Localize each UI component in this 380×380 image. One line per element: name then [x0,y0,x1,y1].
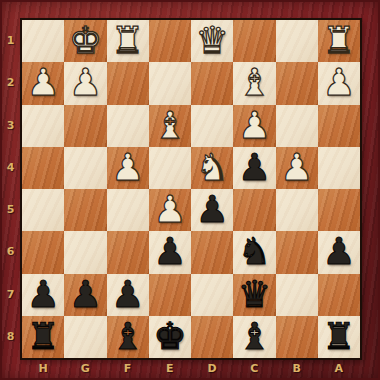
chess-board: ♚♜♛♜♟♟♝♟♝♟♟♞♟♟♟♟♟♞♟♟♟♟♛♜♝♚♝♜ [20,18,362,360]
file-label-g: G [64,359,106,379]
white-pawn-f4[interactable]: ♟ [111,147,144,189]
black-pawn-a6[interactable]: ♟ [322,231,355,273]
black-rook-a8[interactable]: ♜ [322,316,355,358]
black-pawn-c4[interactable]: ♟ [238,147,271,189]
square-e7[interactable] [149,274,191,316]
square-c5[interactable] [233,189,275,231]
file-label-c: C [233,359,275,379]
square-f7[interactable]: ♟ [107,274,149,316]
square-b7[interactable] [276,274,318,316]
square-d8[interactable] [191,316,233,358]
white-pawn-e5[interactable]: ♟ [153,189,186,231]
rank-label-8: 8 [2,316,19,358]
square-c8[interactable]: ♝ [233,316,275,358]
square-e5[interactable]: ♟ [149,189,191,231]
square-g7[interactable]: ♟ [64,274,106,316]
black-knight-c6[interactable]: ♞ [238,231,271,273]
white-queen-d1[interactable]: ♛ [196,20,229,62]
white-bishop-c2[interactable]: ♝ [238,62,271,104]
square-a4[interactable] [318,147,360,189]
white-king-g1[interactable]: ♚ [69,20,102,62]
chess-board-screenshot: ♚♜♛♜♟♟♝♟♝♟♟♞♟♟♟♟♟♞♟♟♟♟♛♜♝♚♝♜ 12345678 HG… [0,0,380,380]
white-rook-a1[interactable]: ♜ [322,20,355,62]
file-label-d: D [191,359,233,379]
square-b3[interactable] [276,105,318,147]
square-a7[interactable] [318,274,360,316]
square-g6[interactable] [64,231,106,273]
square-g4[interactable] [64,147,106,189]
square-g3[interactable] [64,105,106,147]
square-b5[interactable] [276,189,318,231]
square-f1[interactable]: ♜ [107,20,149,62]
square-d4[interactable]: ♞ [191,147,233,189]
square-f4[interactable]: ♟ [107,147,149,189]
square-f2[interactable] [107,62,149,104]
file-label-a: A [318,359,360,379]
black-pawn-d5[interactable]: ♟ [196,189,229,231]
rank-label-6: 6 [2,231,19,273]
square-d5[interactable]: ♟ [191,189,233,231]
square-f5[interactable] [107,189,149,231]
square-c1[interactable] [233,20,275,62]
black-bishop-f8[interactable]: ♝ [111,316,144,358]
black-king-e8[interactable]: ♚ [153,316,186,358]
white-pawn-h2[interactable]: ♟ [27,62,60,104]
file-label-e: E [149,359,191,379]
square-c7[interactable]: ♛ [233,274,275,316]
square-h6[interactable] [22,231,64,273]
black-bishop-c8[interactable]: ♝ [238,316,271,358]
black-pawn-e6[interactable]: ♟ [153,231,186,273]
square-b8[interactable] [276,316,318,358]
square-g2[interactable]: ♟ [64,62,106,104]
square-d3[interactable] [191,105,233,147]
square-f8[interactable]: ♝ [107,316,149,358]
square-b6[interactable] [276,231,318,273]
square-e8[interactable]: ♚ [149,316,191,358]
square-e1[interactable] [149,20,191,62]
white-rook-f1[interactable]: ♜ [111,20,144,62]
white-pawn-c3[interactable]: ♟ [238,105,271,147]
rank-label-1: 1 [2,20,19,62]
white-pawn-g2[interactable]: ♟ [69,62,102,104]
file-label-f: F [107,359,149,379]
black-pawn-g7[interactable]: ♟ [69,274,102,316]
square-e2[interactable] [149,62,191,104]
square-h1[interactable] [22,20,64,62]
square-h2[interactable]: ♟ [22,62,64,104]
square-b1[interactable] [276,20,318,62]
white-knight-d4[interactable]: ♞ [196,147,229,189]
square-b4[interactable]: ♟ [276,147,318,189]
square-c4[interactable]: ♟ [233,147,275,189]
white-pawn-b4[interactable]: ♟ [280,147,313,189]
file-label-b: B [276,359,318,379]
square-h8[interactable]: ♜ [22,316,64,358]
square-h4[interactable] [22,147,64,189]
square-a1[interactable]: ♜ [318,20,360,62]
rank-label-3: 3 [2,105,19,147]
square-d1[interactable]: ♛ [191,20,233,62]
white-pawn-a2[interactable]: ♟ [322,62,355,104]
square-h7[interactable]: ♟ [22,274,64,316]
square-a6[interactable]: ♟ [318,231,360,273]
black-queen-c7[interactable]: ♛ [238,274,271,316]
square-d6[interactable] [191,231,233,273]
white-bishop-e3[interactable]: ♝ [153,105,186,147]
square-d2[interactable] [191,62,233,104]
square-a3[interactable] [318,105,360,147]
black-pawn-f7[interactable]: ♟ [111,274,144,316]
square-a8[interactable]: ♜ [318,316,360,358]
rank-label-4: 4 [2,147,19,189]
square-b2[interactable] [276,62,318,104]
square-e6[interactable]: ♟ [149,231,191,273]
square-f3[interactable] [107,105,149,147]
square-a5[interactable] [318,189,360,231]
square-g8[interactable] [64,316,106,358]
square-g1[interactable]: ♚ [64,20,106,62]
square-h3[interactable] [22,105,64,147]
square-c2[interactable]: ♝ [233,62,275,104]
black-rook-h8[interactable]: ♜ [27,316,60,358]
square-c3[interactable]: ♟ [233,105,275,147]
rank-label-7: 7 [2,274,19,316]
square-c6[interactable]: ♞ [233,231,275,273]
square-d7[interactable] [191,274,233,316]
rank-label-2: 2 [2,62,19,104]
square-e4[interactable] [149,147,191,189]
square-f6[interactable] [107,231,149,273]
file-label-h: H [22,359,64,379]
rank-label-5: 5 [2,189,19,231]
square-e3[interactable]: ♝ [149,105,191,147]
square-g5[interactable] [64,189,106,231]
square-h5[interactable] [22,189,64,231]
black-pawn-h7[interactable]: ♟ [27,274,60,316]
square-a2[interactable]: ♟ [318,62,360,104]
